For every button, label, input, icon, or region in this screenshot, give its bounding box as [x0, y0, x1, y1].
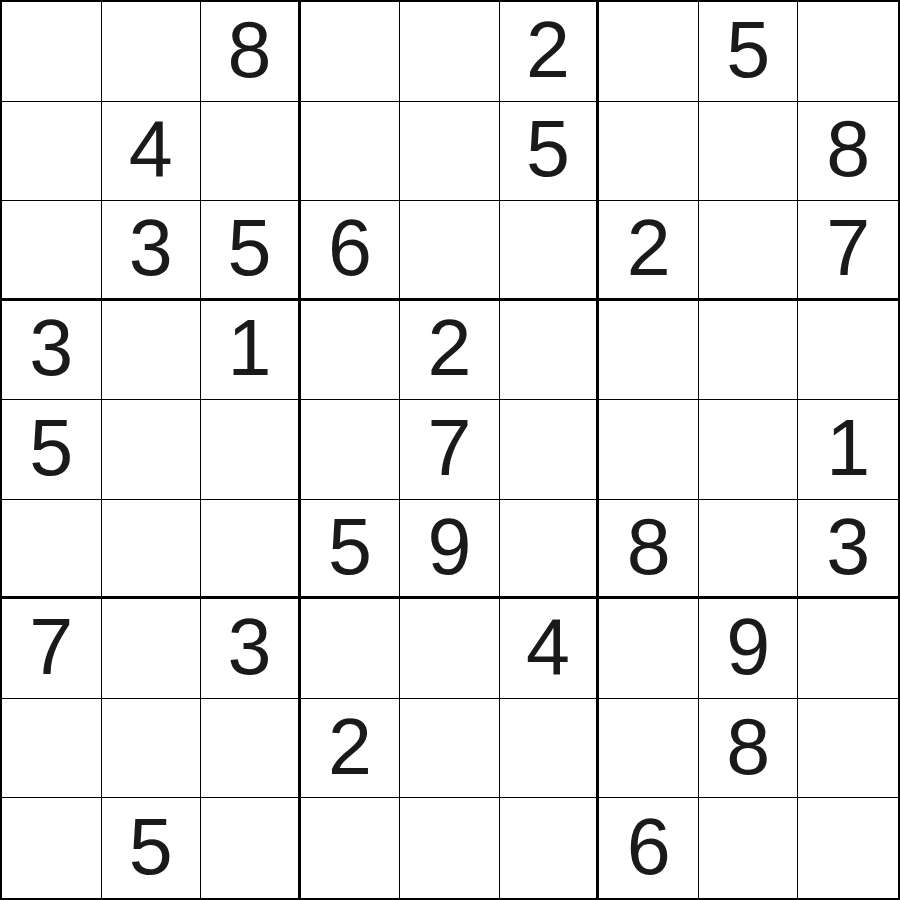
- cell-r7c4[interactable]: [301, 599, 401, 699]
- given-digit: 7: [29, 607, 73, 686]
- cell-r9c7[interactable]: 6: [599, 798, 699, 898]
- cell-r1c5[interactable]: [400, 2, 500, 102]
- cell-r4c9[interactable]: [798, 301, 898, 401]
- cell-r7c2[interactable]: [102, 599, 202, 699]
- given-digit: 9: [428, 507, 472, 586]
- cell-r7c6[interactable]: 4: [500, 599, 600, 699]
- cell-r7c1[interactable]: 7: [2, 599, 102, 699]
- cell-r4c4[interactable]: [301, 301, 401, 401]
- given-digit: 5: [726, 10, 770, 89]
- cell-r5c8[interactable]: [699, 400, 799, 500]
- cell-r1c3[interactable]: 8: [201, 2, 301, 102]
- cell-r2c3[interactable]: [201, 102, 301, 202]
- cell-r9c5[interactable]: [400, 798, 500, 898]
- cell-r6c2[interactable]: [102, 500, 202, 600]
- cell-r5c5[interactable]: 7: [400, 400, 500, 500]
- cell-r2c1[interactable]: [2, 102, 102, 202]
- cell-r8c9[interactable]: [798, 699, 898, 799]
- cell-r6c4[interactable]: 5: [301, 500, 401, 600]
- cell-r5c9[interactable]: 1: [798, 400, 898, 500]
- cell-r3c4[interactable]: 6: [301, 201, 401, 301]
- cell-r1c8[interactable]: 5: [699, 2, 799, 102]
- given-digit: 1: [826, 408, 870, 487]
- cell-r5c2[interactable]: [102, 400, 202, 500]
- given-digit: 2: [526, 10, 570, 89]
- cell-r9c8[interactable]: [699, 798, 799, 898]
- cell-r2c4[interactable]: [301, 102, 401, 202]
- cell-r9c3[interactable]: [201, 798, 301, 898]
- cell-r1c6[interactable]: 2: [500, 2, 600, 102]
- given-digit: 3: [227, 607, 271, 686]
- cell-r6c9[interactable]: 3: [798, 500, 898, 600]
- cell-r2c8[interactable]: [699, 102, 799, 202]
- cell-r5c7[interactable]: [599, 400, 699, 500]
- given-digit: 8: [726, 707, 770, 786]
- cell-r3c6[interactable]: [500, 201, 600, 301]
- given-digit: 6: [627, 807, 671, 886]
- given-digit: 2: [328, 707, 372, 786]
- given-digit: 5: [526, 109, 570, 188]
- cell-r4c2[interactable]: [102, 301, 202, 401]
- cell-r9c1[interactable]: [2, 798, 102, 898]
- cell-r5c1[interactable]: 5: [2, 400, 102, 500]
- cell-r1c2[interactable]: [102, 2, 202, 102]
- cell-r7c9[interactable]: [798, 599, 898, 699]
- cell-r8c2[interactable]: [102, 699, 202, 799]
- given-digit: 2: [428, 308, 472, 387]
- cell-r6c7[interactable]: 8: [599, 500, 699, 600]
- sudoku-board: 82545835627312571598373492856: [0, 0, 900, 900]
- cell-r6c6[interactable]: [500, 500, 600, 600]
- given-digit: 8: [627, 507, 671, 586]
- cell-r5c3[interactable]: [201, 400, 301, 500]
- given-digit: 3: [826, 507, 870, 586]
- cell-r9c9[interactable]: [798, 798, 898, 898]
- cell-r2c7[interactable]: [599, 102, 699, 202]
- cell-r5c6[interactable]: [500, 400, 600, 500]
- cell-r2c2[interactable]: 4: [102, 102, 202, 202]
- cell-r6c8[interactable]: [699, 500, 799, 600]
- given-digit: 3: [29, 308, 73, 387]
- cell-r3c7[interactable]: 2: [599, 201, 699, 301]
- cell-r3c8[interactable]: [699, 201, 799, 301]
- given-digit: 2: [627, 208, 671, 287]
- cell-r8c5[interactable]: [400, 699, 500, 799]
- cell-r7c7[interactable]: [599, 599, 699, 699]
- cell-r1c9[interactable]: [798, 2, 898, 102]
- cell-r1c7[interactable]: [599, 2, 699, 102]
- cell-r7c3[interactable]: 3: [201, 599, 301, 699]
- cell-r2c6[interactable]: 5: [500, 102, 600, 202]
- cell-r1c4[interactable]: [301, 2, 401, 102]
- cell-r3c1[interactable]: [2, 201, 102, 301]
- cell-r4c5[interactable]: 2: [400, 301, 500, 401]
- cell-r7c8[interactable]: 9: [699, 599, 799, 699]
- given-digit: 9: [726, 607, 770, 686]
- given-digit: 7: [428, 408, 472, 487]
- given-digit: 1: [227, 308, 271, 387]
- cell-r8c3[interactable]: [201, 699, 301, 799]
- cell-r3c5[interactable]: [400, 201, 500, 301]
- cell-r6c5[interactable]: 9: [400, 500, 500, 600]
- cell-r4c1[interactable]: 3: [2, 301, 102, 401]
- cell-r6c3[interactable]: [201, 500, 301, 600]
- cell-r4c3[interactable]: 1: [201, 301, 301, 401]
- given-digit: 6: [328, 208, 372, 287]
- cell-r9c4[interactable]: [301, 798, 401, 898]
- cell-r2c5[interactable]: [400, 102, 500, 202]
- cell-r8c8[interactable]: 8: [699, 699, 799, 799]
- given-digit: 3: [129, 208, 173, 287]
- given-digit: 5: [328, 507, 372, 586]
- given-digit: 8: [227, 10, 271, 89]
- given-digit: 7: [826, 208, 870, 287]
- cell-r1c1[interactable]: [2, 2, 102, 102]
- cell-r4c7[interactable]: [599, 301, 699, 401]
- cell-r2c9[interactable]: 8: [798, 102, 898, 202]
- cell-r3c9[interactable]: 7: [798, 201, 898, 301]
- cell-r8c7[interactable]: [599, 699, 699, 799]
- cell-r8c1[interactable]: [2, 699, 102, 799]
- cell-r3c3[interactable]: 5: [201, 201, 301, 301]
- sudoku-page: 82545835627312571598373492856: [0, 0, 900, 900]
- given-digit: 5: [129, 807, 173, 886]
- given-digit: 4: [129, 109, 173, 188]
- cell-r8c6[interactable]: [500, 699, 600, 799]
- cell-r6c1[interactable]: [2, 500, 102, 600]
- given-digit: 5: [29, 408, 73, 487]
- given-digit: 5: [227, 208, 271, 287]
- cell-r4c6[interactable]: [500, 301, 600, 401]
- cell-r3c2[interactable]: 3: [102, 201, 202, 301]
- cell-r9c6[interactable]: [500, 798, 600, 898]
- cell-r8c4[interactable]: 2: [301, 699, 401, 799]
- given-digit: 4: [526, 607, 570, 686]
- cell-r5c4[interactable]: [301, 400, 401, 500]
- cell-r9c2[interactable]: 5: [102, 798, 202, 898]
- given-digit: 8: [826, 109, 870, 188]
- cell-r7c5[interactable]: [400, 599, 500, 699]
- cell-r4c8[interactable]: [699, 301, 799, 401]
